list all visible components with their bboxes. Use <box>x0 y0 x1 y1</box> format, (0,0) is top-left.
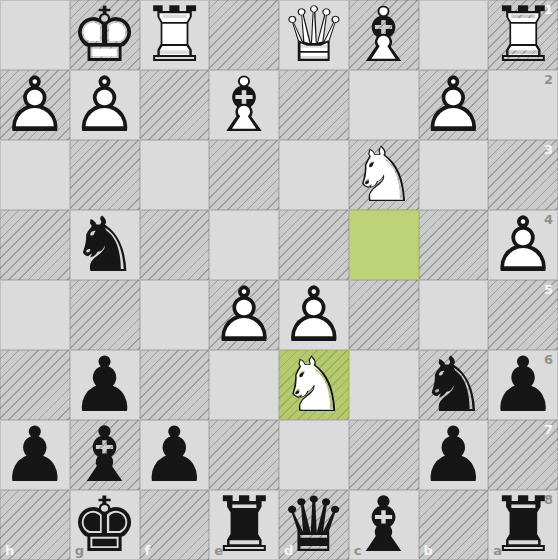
white-rook[interactable]: ♜♖ <box>140 0 210 70</box>
white-pawn[interactable]: ♟♙ <box>70 70 140 140</box>
piece-outline-layer: ♗ <box>210 60 278 149</box>
square-b3[interactable] <box>419 140 489 210</box>
square-f7[interactable]: ♟ <box>140 420 210 490</box>
square-f4[interactable] <box>140 210 210 280</box>
square-a1[interactable]: ♜♖1 <box>488 0 558 70</box>
square-d6[interactable]: ♞♘ <box>279 350 349 420</box>
square-e6[interactable] <box>209 350 279 420</box>
file-label-f: f <box>145 544 151 557</box>
white-bishop[interactable]: ♝♗ <box>349 0 419 70</box>
square-h5[interactable] <box>0 280 70 350</box>
square-c3[interactable]: ♞♘ <box>349 140 419 210</box>
square-d8[interactable]: ♛d <box>279 490 349 560</box>
piece-outline-layer: ♙ <box>1 60 69 149</box>
white-rook[interactable]: ♜♖ <box>488 0 558 70</box>
piece-outline-layer: ♖ <box>489 0 557 79</box>
piece-outline-layer: ♗ <box>350 0 418 79</box>
piece-outline-layer: ♖ <box>140 0 208 79</box>
square-b8[interactable]: b <box>419 490 489 560</box>
white-knight[interactable]: ♞♘ <box>349 140 419 210</box>
white-knight[interactable]: ♞♘ <box>279 350 349 420</box>
square-d1[interactable]: ♛♕ <box>279 0 349 70</box>
chess-board: ♚♔♜♖♛♕♝♗♜♖1♟♙♟♙♝♗♟♙2♞♘3♞♟♙4♟♙♟♙5♟♞♘♞♟6♟♝… <box>0 0 558 560</box>
square-g4[interactable]: ♞ <box>70 210 140 280</box>
piece-outline-layer: ♙ <box>489 200 557 289</box>
black-pawn[interactable]: ♟ <box>419 420 489 490</box>
rank-label-3: 3 <box>544 143 553 156</box>
square-e5[interactable]: ♟♙ <box>209 280 279 350</box>
black-knight[interactable]: ♞ <box>70 210 140 280</box>
square-f2[interactable] <box>140 70 210 140</box>
piece-outline-layer: ♙ <box>71 60 139 149</box>
square-h8[interactable]: h <box>0 490 70 560</box>
square-f5[interactable] <box>140 280 210 350</box>
square-e8[interactable]: ♜e <box>209 490 279 560</box>
square-c6[interactable] <box>349 350 419 420</box>
square-c5[interactable] <box>349 280 419 350</box>
black-bishop[interactable]: ♝ <box>349 490 419 560</box>
square-d2[interactable] <box>279 70 349 140</box>
square-e2[interactable]: ♝♗ <box>209 70 279 140</box>
square-b4[interactable] <box>419 210 489 280</box>
piece-outline-layer: ♘ <box>280 340 348 429</box>
white-queen[interactable]: ♛♕ <box>279 0 349 70</box>
square-b7[interactable]: ♟ <box>419 420 489 490</box>
square-a2[interactable]: 2 <box>488 70 558 140</box>
white-pawn[interactable]: ♟♙ <box>0 70 70 140</box>
square-f8[interactable]: f <box>140 490 210 560</box>
piece-outline-layer: ♙ <box>419 60 487 149</box>
black-rook[interactable]: ♜ <box>209 490 279 560</box>
square-a6[interactable]: ♟6 <box>488 350 558 420</box>
black-pawn[interactable]: ♟ <box>0 420 70 490</box>
white-pawn[interactable]: ♟♙ <box>419 70 489 140</box>
square-h2[interactable]: ♟♙ <box>0 70 70 140</box>
piece-outline-layer: ♙ <box>210 270 278 359</box>
white-bishop[interactable]: ♝♗ <box>209 70 279 140</box>
white-pawn[interactable]: ♟♙ <box>209 280 279 350</box>
piece-outline-layer: ♕ <box>280 0 348 79</box>
file-label-b: b <box>424 544 433 557</box>
black-pawn[interactable]: ♟ <box>140 420 210 490</box>
square-h7[interactable]: ♟ <box>0 420 70 490</box>
square-g8[interactable]: ♚g <box>70 490 140 560</box>
square-a8[interactable]: ♜8a <box>488 490 558 560</box>
square-h4[interactable] <box>0 210 70 280</box>
square-d3[interactable] <box>279 140 349 210</box>
square-c4[interactable] <box>349 210 419 280</box>
square-c1[interactable]: ♝♗ <box>349 0 419 70</box>
square-c8[interactable]: ♝c <box>349 490 419 560</box>
black-queen[interactable]: ♛ <box>279 490 349 560</box>
square-f3[interactable] <box>140 140 210 210</box>
black-pawn[interactable]: ♟ <box>488 350 558 420</box>
white-pawn[interactable]: ♟♙ <box>488 210 558 280</box>
black-rook[interactable]: ♜ <box>488 490 558 560</box>
piece-outline-layer: ♘ <box>350 130 418 219</box>
square-a4[interactable]: ♟♙4 <box>488 210 558 280</box>
square-e3[interactable] <box>209 140 279 210</box>
file-label-h: h <box>5 544 14 557</box>
square-h3[interactable] <box>0 140 70 210</box>
square-f1[interactable]: ♜♖ <box>140 0 210 70</box>
square-g2[interactable]: ♟♙ <box>70 70 140 140</box>
square-b2[interactable]: ♟♙ <box>419 70 489 140</box>
black-king[interactable]: ♚ <box>70 490 140 560</box>
